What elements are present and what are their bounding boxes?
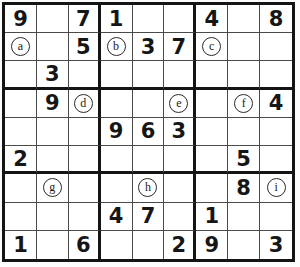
cell-r7c7[interactable] — [196, 174, 228, 202]
cell-r2c3[interactable]: 5 — [69, 33, 101, 61]
sudoku-board: 97148a5b37c39def496325gh8i47116293 — [2, 2, 295, 262]
cell-r9c7[interactable]: 9 — [196, 231, 228, 259]
cell-r4c5[interactable] — [133, 90, 165, 118]
given-digit: 1 — [109, 8, 124, 30]
cell-r6c6[interactable] — [164, 146, 196, 174]
given-digit: 8 — [269, 8, 284, 30]
cell-r4c2[interactable]: 9 — [37, 90, 69, 118]
cell-r6c3[interactable] — [69, 146, 101, 174]
cell-r4c6[interactable]: e — [164, 90, 196, 118]
circled-letter-b: b — [107, 37, 126, 56]
given-digit: 9 — [109, 120, 124, 142]
cell-r8c5[interactable]: 7 — [133, 203, 165, 231]
cell-r6c8[interactable]: 5 — [228, 146, 260, 174]
circled-letter-c: c — [202, 37, 221, 56]
cell-r9c8[interactable] — [228, 231, 260, 259]
given-digit: 9 — [204, 234, 219, 256]
cell-r5c6[interactable]: 3 — [164, 118, 196, 146]
cell-r6c5[interactable] — [133, 146, 165, 174]
circled-letter-d: d — [74, 94, 93, 113]
cell-r8c8[interactable] — [228, 203, 260, 231]
given-digit: 9 — [13, 8, 28, 30]
sudoku-page: 97148a5b37c39def496325gh8i47116293 — [0, 0, 300, 267]
cell-r1c6[interactable] — [164, 5, 196, 33]
cell-r2c4[interactable]: b — [101, 33, 133, 61]
cell-r2c5[interactable]: 3 — [133, 33, 165, 61]
given-digit: 3 — [45, 63, 60, 85]
cell-r1c3[interactable]: 7 — [69, 5, 101, 33]
circled-letter-i: i — [267, 178, 286, 197]
cell-r8c2[interactable] — [37, 203, 69, 231]
given-digit: 5 — [76, 36, 91, 58]
cell-r3c9[interactable] — [260, 61, 292, 89]
cell-r8c6[interactable] — [164, 203, 196, 231]
cell-r8c7[interactable]: 1 — [196, 203, 228, 231]
given-digit: 7 — [76, 8, 91, 30]
given-digit: 3 — [172, 120, 187, 142]
circled-letter-f: f — [234, 94, 253, 113]
circled-letter-e: e — [169, 94, 188, 113]
cell-r9c5[interactable] — [133, 231, 165, 259]
cell-r5c7[interactable] — [196, 118, 228, 146]
cell-r5c9[interactable] — [260, 118, 292, 146]
cell-r9c4[interactable] — [101, 231, 133, 259]
cell-r6c9[interactable] — [260, 146, 292, 174]
given-digit: 1 — [204, 205, 219, 227]
cell-r1c1[interactable]: 9 — [5, 5, 37, 33]
cell-r8c4[interactable]: 4 — [101, 203, 133, 231]
cell-r5c1[interactable] — [5, 118, 37, 146]
cell-r7c3[interactable] — [69, 174, 101, 202]
cell-r5c4[interactable]: 9 — [101, 118, 133, 146]
cell-r7c1[interactable] — [5, 174, 37, 202]
cell-r1c4[interactable]: 1 — [101, 5, 133, 33]
given-digit: 6 — [76, 234, 91, 256]
cell-r7c2[interactable]: g — [37, 174, 69, 202]
given-digit: 3 — [269, 234, 284, 256]
cell-r7c9[interactable]: i — [260, 174, 292, 202]
cell-r7c4[interactable] — [101, 174, 133, 202]
cell-r7c5[interactable]: h — [133, 174, 165, 202]
given-digit: 7 — [141, 205, 156, 227]
given-digit: 6 — [141, 120, 156, 142]
cell-r4c4[interactable] — [101, 90, 133, 118]
cell-r6c7[interactable] — [196, 146, 228, 174]
cell-r1c9[interactable]: 8 — [260, 5, 292, 33]
cell-r9c3[interactable]: 6 — [69, 231, 101, 259]
given-digit: 4 — [109, 205, 124, 227]
cell-r2c9[interactable] — [260, 33, 292, 61]
cell-r2c8[interactable] — [228, 33, 260, 61]
given-digit: 9 — [45, 92, 60, 114]
cell-r8c1[interactable] — [5, 203, 37, 231]
given-digit: 2 — [13, 148, 28, 170]
circled-letter-a: a — [11, 37, 30, 56]
cell-r8c3[interactable] — [69, 203, 101, 231]
cell-r3c2[interactable]: 3 — [37, 61, 69, 89]
cell-r8c9[interactable] — [260, 203, 292, 231]
cell-r3c4[interactable] — [101, 61, 133, 89]
given-digit: 8 — [236, 177, 251, 199]
cell-r9c1[interactable]: 1 — [5, 231, 37, 259]
cell-r6c4[interactable] — [101, 146, 133, 174]
cell-r4c8[interactable]: f — [228, 90, 260, 118]
cell-r9c6[interactable]: 2 — [164, 231, 196, 259]
cell-r4c3[interactable]: d — [69, 90, 101, 118]
given-digit: 2 — [172, 234, 187, 256]
cell-r3c8[interactable] — [228, 61, 260, 89]
cell-r3c3[interactable] — [69, 61, 101, 89]
cell-r1c8[interactable] — [228, 5, 260, 33]
cell-r1c5[interactable] — [133, 5, 165, 33]
cell-r6c1[interactable]: 2 — [5, 146, 37, 174]
cell-r5c5[interactable]: 6 — [133, 118, 165, 146]
cell-r1c7[interactable]: 4 — [196, 5, 228, 33]
cell-r3c6[interactable] — [164, 61, 196, 89]
cell-r6c2[interactable] — [37, 146, 69, 174]
given-digit: 3 — [141, 36, 156, 58]
cell-r2c7[interactable]: c — [196, 33, 228, 61]
cell-r3c5[interactable] — [133, 61, 165, 89]
cell-r4c1[interactable] — [5, 90, 37, 118]
cell-r7c6[interactable] — [164, 174, 196, 202]
cell-r5c8[interactable] — [228, 118, 260, 146]
cell-r5c3[interactable] — [69, 118, 101, 146]
cell-r9c2[interactable] — [37, 231, 69, 259]
cell-r4c7[interactable] — [196, 90, 228, 118]
given-digit: 4 — [269, 92, 284, 114]
given-digit: 4 — [204, 8, 219, 30]
circled-letter-h: h — [138, 178, 157, 197]
cell-r2c2[interactable] — [37, 33, 69, 61]
cell-r1c2[interactable] — [37, 5, 69, 33]
cell-r7c8[interactable]: 8 — [228, 174, 260, 202]
cell-r4c9[interactable]: 4 — [260, 90, 292, 118]
cell-r3c7[interactable] — [196, 61, 228, 89]
cell-r2c1[interactable]: a — [5, 33, 37, 61]
cell-r3c1[interactable] — [5, 61, 37, 89]
given-digit: 1 — [13, 234, 28, 256]
cell-r5c2[interactable] — [37, 118, 69, 146]
given-digit: 7 — [172, 36, 187, 58]
circled-letter-g: g — [43, 178, 62, 197]
given-digit: 5 — [236, 148, 251, 170]
cell-r9c9[interactable]: 3 — [260, 231, 292, 259]
cell-r2c6[interactable]: 7 — [164, 33, 196, 61]
